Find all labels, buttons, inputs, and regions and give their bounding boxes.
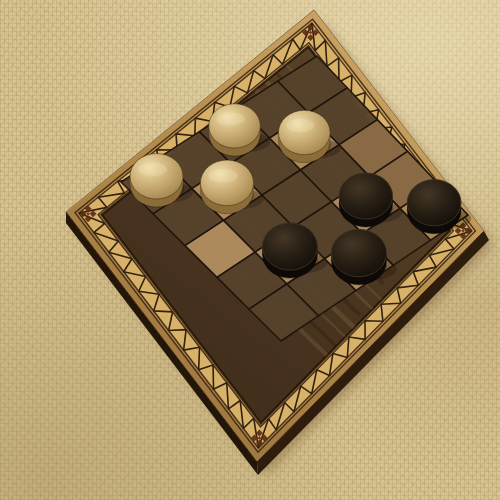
- game-board-photo: [0, 0, 500, 500]
- photo-scene: [0, 0, 500, 500]
